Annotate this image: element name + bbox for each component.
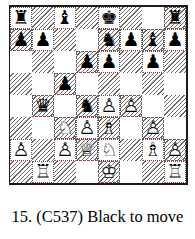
square-d6: ♟ bbox=[76, 51, 98, 73]
black-king-e8: ♚ bbox=[99, 7, 119, 29]
black-bishop-g7: ♝ bbox=[143, 29, 163, 51]
square-g5 bbox=[142, 73, 164, 95]
square-f5 bbox=[120, 73, 142, 95]
white-king-e1: ♚♔ bbox=[99, 161, 119, 183]
square-c2: ♟♙ bbox=[54, 139, 76, 161]
square-f2 bbox=[120, 139, 142, 161]
square-a3 bbox=[10, 117, 32, 139]
white-knight-e2: ♞♘ bbox=[99, 139, 119, 161]
square-g2: ♝♗ bbox=[142, 139, 164, 161]
black-queen-b4: ♛ bbox=[33, 95, 53, 117]
white-rook-h1: ♜♖ bbox=[165, 161, 185, 183]
square-e6: ♟ bbox=[98, 51, 120, 73]
black-pawn-b7: ♟ bbox=[33, 29, 53, 51]
square-c8: ♝ bbox=[54, 7, 76, 29]
black-pawn-g6: ♟ bbox=[143, 51, 163, 73]
square-f8 bbox=[120, 7, 142, 29]
black-pawn-c5: ♟ bbox=[55, 73, 75, 95]
square-h6 bbox=[164, 51, 186, 73]
square-b6 bbox=[32, 51, 54, 73]
square-c1 bbox=[54, 161, 76, 183]
square-e1: ♚♔ bbox=[98, 161, 120, 183]
square-h1: ♜♖ bbox=[164, 161, 186, 183]
square-b1: ♜♖ bbox=[32, 161, 54, 183]
square-f4: ♟♙ bbox=[120, 95, 142, 117]
square-a7: ♟ bbox=[10, 29, 32, 51]
white-pawn-d3: ♟♙ bbox=[77, 117, 97, 139]
square-a6 bbox=[10, 51, 32, 73]
black-rook-a8: ♜ bbox=[11, 7, 31, 29]
square-b4: ♛ bbox=[32, 95, 54, 117]
white-pawn-c2: ♟♙ bbox=[55, 139, 75, 161]
square-a5 bbox=[10, 73, 32, 95]
square-f7: ♟ bbox=[120, 29, 142, 51]
square-e5 bbox=[98, 73, 120, 95]
square-d5 bbox=[76, 73, 98, 95]
square-c3: ♞♘ bbox=[54, 117, 76, 139]
square-g7: ♝ bbox=[142, 29, 164, 51]
square-g6: ♟ bbox=[142, 51, 164, 73]
white-knight-c3: ♞♘ bbox=[55, 117, 75, 139]
square-e8: ♚ bbox=[98, 7, 120, 29]
square-c6 bbox=[54, 51, 76, 73]
square-h3 bbox=[164, 117, 186, 139]
white-bishop-e3: ♝♗ bbox=[99, 117, 119, 139]
square-d2: ♛♕ bbox=[76, 139, 98, 161]
square-a2: ♟♙ bbox=[10, 139, 32, 161]
square-g3: ♟♙ bbox=[142, 117, 164, 139]
square-d1 bbox=[76, 161, 98, 183]
square-h4 bbox=[164, 95, 186, 117]
black-pawn-d6: ♟ bbox=[77, 51, 97, 73]
square-a4 bbox=[10, 95, 32, 117]
square-d3: ♟♙ bbox=[76, 117, 98, 139]
square-b8 bbox=[32, 7, 54, 29]
square-d4: ♞ bbox=[76, 95, 98, 117]
white-pawn-g3: ♟♙ bbox=[143, 117, 163, 139]
white-pawn-f4: ♟♙ bbox=[121, 95, 141, 117]
square-f6 bbox=[120, 51, 142, 73]
puzzle-caption: 15. (C537) Black to move bbox=[0, 207, 195, 227]
square-e4: ♟♙ bbox=[98, 95, 120, 117]
black-pawn-e6: ♟ bbox=[99, 51, 119, 73]
square-b5 bbox=[32, 73, 54, 95]
white-pawn-a2: ♟♙ bbox=[11, 139, 31, 161]
white-queen-d2: ♛♕ bbox=[77, 139, 97, 161]
black-pawn-f7: ♟ bbox=[121, 29, 141, 51]
black-pawn-a7: ♟ bbox=[11, 29, 31, 51]
square-a8: ♜ bbox=[10, 7, 32, 29]
chess-board: ♜♝♚♜♟♟♞♟♝♟♟♟♟♟♛♞♟♙♟♙♞♘♟♙♝♗♟♙♟♙♟♙♛♕♞♘♝♗♟♙… bbox=[9, 5, 188, 185]
square-c4 bbox=[54, 95, 76, 117]
white-pawn-e4: ♟♙ bbox=[99, 95, 119, 117]
black-rook-h8: ♜ bbox=[165, 7, 185, 29]
square-e7: ♞ bbox=[98, 29, 120, 51]
square-b2 bbox=[32, 139, 54, 161]
square-a1 bbox=[10, 161, 32, 183]
square-h5 bbox=[164, 73, 186, 95]
square-g1 bbox=[142, 161, 164, 183]
square-d8 bbox=[76, 7, 98, 29]
square-g8 bbox=[142, 7, 164, 29]
square-b3 bbox=[32, 117, 54, 139]
black-knight-d4: ♞ bbox=[77, 95, 97, 117]
square-e2: ♞♘ bbox=[98, 139, 120, 161]
square-g4 bbox=[142, 95, 164, 117]
square-h8: ♜ bbox=[164, 7, 186, 29]
black-bishop-c8: ♝ bbox=[55, 7, 75, 29]
square-h2: ♟♙ bbox=[164, 139, 186, 161]
white-rook-b1: ♜♖ bbox=[33, 161, 53, 183]
square-e3: ♝♗ bbox=[98, 117, 120, 139]
black-knight-e7: ♞ bbox=[99, 29, 119, 51]
square-d7 bbox=[76, 29, 98, 51]
square-f1 bbox=[120, 161, 142, 183]
white-bishop-g2: ♝♗ bbox=[143, 139, 163, 161]
white-pawn-h2: ♟♙ bbox=[165, 139, 185, 161]
square-h7: ♟ bbox=[164, 29, 186, 51]
black-pawn-h7: ♟ bbox=[165, 29, 185, 51]
square-f3 bbox=[120, 117, 142, 139]
square-c5: ♟ bbox=[54, 73, 76, 95]
square-c7 bbox=[54, 29, 76, 51]
square-b7: ♟ bbox=[32, 29, 54, 51]
